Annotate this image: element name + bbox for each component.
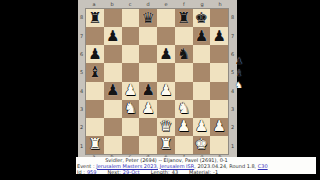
white-pawn: ♟ <box>212 119 225 134</box>
black-pawn: ♟ <box>106 29 119 44</box>
black-bishop-icon: ♝ <box>235 68 243 79</box>
square-b5 <box>104 63 122 81</box>
black-pawn: ♟ <box>141 83 154 98</box>
eco-link[interactable]: C30 <box>258 163 268 169</box>
file-label: g <box>193 1 211 7</box>
square-c3: ♞ <box>122 100 140 118</box>
square-b1 <box>104 136 122 154</box>
file-label: c <box>121 1 139 7</box>
length-label: Length: <box>151 170 170 175</box>
square-e2: ♛ <box>157 118 175 136</box>
rank-label: 1 <box>230 137 235 155</box>
square-c6 <box>122 45 140 63</box>
square-g7: ♟ <box>193 27 211 45</box>
square-h5 <box>210 63 228 81</box>
white-pawn: ♟ <box>177 119 190 134</box>
white-pawn: ♟ <box>195 119 208 134</box>
square-g6 <box>193 45 211 63</box>
square-d4: ♟ <box>139 82 157 100</box>
black-pawn: ♟ <box>88 47 101 62</box>
rank-label: 3 <box>230 100 235 118</box>
black-pawn: ♟ <box>159 47 172 62</box>
black-king: ♚ <box>195 11 208 26</box>
square-d5 <box>139 63 157 81</box>
square-c2 <box>122 118 140 136</box>
white-rook: ♜ <box>88 137 101 152</box>
square-g1: ♚ <box>193 136 211 154</box>
square-h8 <box>210 9 228 27</box>
white-pawn: ♟ <box>141 101 154 116</box>
black-pawn: ♟ <box>195 29 208 44</box>
rank-label: 7 <box>230 26 235 44</box>
square-h3 <box>210 100 228 118</box>
square-h6 <box>210 45 228 63</box>
black-pawn: ♟ <box>212 29 225 44</box>
black-pawn-icon: ♟ <box>235 56 243 67</box>
file-label: b <box>103 1 121 7</box>
square-g3 <box>193 100 211 118</box>
rank-label: 8 <box>79 8 84 26</box>
square-g4 <box>193 82 211 100</box>
square-f4 <box>175 82 193 100</box>
square-g8: ♚ <box>193 9 211 27</box>
rank-labels-left: 87654321 <box>79 8 84 155</box>
rank-label: 8 <box>230 8 235 26</box>
square-f8: ♜ <box>175 9 193 27</box>
square-g2: ♟ <box>193 118 211 136</box>
square-a1: ♜ <box>86 136 104 154</box>
square-d8: ♛ <box>139 9 157 27</box>
rank-label: 2 <box>230 118 235 136</box>
rank-label: 2 <box>79 118 84 136</box>
chess-board: ♜♛♜♚♟♟♟♟♟♞♝♟♟♟♟♞♟♞♛♟♟♟♜♜♚ <box>85 8 229 155</box>
black-knight: ♞ <box>177 47 190 62</box>
rank-label: 7 <box>79 26 84 44</box>
square-d2 <box>139 118 157 136</box>
square-a2 <box>86 118 104 136</box>
square-g5 <box>193 63 211 81</box>
black-bishop: ♝ <box>88 65 101 80</box>
next-value: 29-Oct <box>123 170 140 175</box>
square-c7 <box>122 27 140 45</box>
square-e3 <box>157 100 175 118</box>
square-h4 <box>210 82 228 100</box>
square-c1 <box>122 136 140 154</box>
square-e8 <box>157 9 175 27</box>
file-label: f <box>175 1 193 7</box>
material-tray: ♟♝♞ <box>235 56 243 91</box>
rank-label: 1 <box>79 137 84 155</box>
square-b4: ♟ <box>104 82 122 100</box>
file-label: a <box>85 1 103 7</box>
length-value: 43 <box>172 170 178 175</box>
square-b3 <box>104 100 122 118</box>
square-h7: ♟ <box>210 27 228 45</box>
square-d6 <box>139 45 157 63</box>
square-h2: ♟ <box>210 118 228 136</box>
square-b7: ♟ <box>104 27 122 45</box>
square-d7 <box>139 27 157 45</box>
square-a8: ♜ <box>86 9 104 27</box>
square-c5 <box>122 63 140 81</box>
square-b2 <box>104 118 122 136</box>
white-knight-icon: ♞ <box>235 80 243 91</box>
white-pawn: ♟ <box>124 83 137 98</box>
rank-label: 4 <box>79 82 84 100</box>
square-e1: ♜ <box>157 136 175 154</box>
square-a4 <box>86 82 104 100</box>
next-label: Next: <box>107 170 120 175</box>
black-rook: ♜ <box>88 11 101 26</box>
rank-label: 6 <box>79 45 84 63</box>
event-details: , 2023.04.24, Round 1.8, <box>194 163 256 169</box>
square-f7 <box>175 27 193 45</box>
square-b8 <box>104 9 122 27</box>
id-label: Id : <box>77 170 85 175</box>
white-pawn: ♟ <box>159 83 172 98</box>
black-pawn: ♟ <box>106 83 119 98</box>
square-c8 <box>122 9 140 27</box>
square-f3: ♞ <box>175 100 193 118</box>
square-a5: ♝ <box>86 63 104 81</box>
event-link[interactable]: Jerusalem Masters 2023, Jerusalem ISR <box>96 163 194 169</box>
square-c4: ♟ <box>122 82 140 100</box>
square-e7 <box>157 27 175 45</box>
black-rook: ♜ <box>177 11 190 26</box>
square-f5 <box>175 63 193 81</box>
event-label: Event : <box>77 163 95 169</box>
square-f2: ♟ <box>175 118 193 136</box>
game-caption: Svidler, Peter (2694) -- Eljanov, Pavel … <box>76 157 316 174</box>
square-b6 <box>104 45 122 63</box>
square-e4: ♟ <box>157 82 175 100</box>
file-label: e <box>157 1 175 7</box>
white-knight: ♞ <box>124 101 137 116</box>
white-knight: ♞ <box>177 101 190 116</box>
square-e6: ♟ <box>157 45 175 63</box>
rank-label: 5 <box>79 63 84 81</box>
square-f6: ♞ <box>175 45 193 63</box>
square-d3: ♟ <box>139 100 157 118</box>
info-line: Id :959 Next:29-Oct Length:43 Material:-… <box>77 170 316 175</box>
square-a6: ♟ <box>86 45 104 63</box>
rank-label: 3 <box>79 100 84 118</box>
material-label: Material: <box>189 170 211 175</box>
file-label: h <box>211 1 229 7</box>
square-h1 <box>210 136 228 154</box>
black-queen: ♛ <box>141 11 154 26</box>
square-a7 <box>86 27 104 45</box>
square-f1 <box>175 136 193 154</box>
square-d1 <box>139 136 157 154</box>
white-queen: ♛ <box>159 119 172 134</box>
board-panel: abcdefgh abcdefgh 87654321 87654321 ♜♛♜♚… <box>78 0 237 157</box>
id-value: 959 <box>87 170 97 175</box>
event-line: Event : Jerusalem Masters 2023, Jerusale… <box>77 164 316 169</box>
file-labels-top: abcdefgh <box>85 1 229 7</box>
white-rook: ♜ <box>159 137 172 152</box>
file-label: d <box>139 1 157 7</box>
square-e5 <box>157 63 175 81</box>
white-king: ♚ <box>195 137 208 152</box>
square-a3 <box>86 100 104 118</box>
material-value: -1 <box>213 170 218 175</box>
